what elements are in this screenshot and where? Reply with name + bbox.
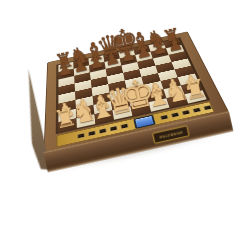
black-pawn-g7[interactable]: ♟ [150, 39, 168, 59]
white-rook-h1[interactable]: ♜ [182, 75, 209, 104]
panel-button-left-3[interactable] [99, 128, 107, 134]
black-pawn-b7[interactable]: ♟ [71, 56, 89, 76]
black-pawn-h7[interactable]: ♟ [165, 35, 183, 55]
panel-button-right-5[interactable] [203, 105, 212, 110]
product-photo-canvas: ♜♞♝♛♚♝♞♜♟♟♟♟♟♟♟♟♟♟♟♟♟♟♟♟♜♞♝♛♚♝♞♜ MILLENN… [0, 0, 240, 240]
black-pawn-f7[interactable]: ♟ [134, 42, 152, 62]
panel-button-right-1[interactable] [160, 115, 168, 120]
panel-button-left-2[interactable] [88, 131, 96, 137]
panel-button-left-1[interactable] [77, 133, 84, 139]
black-pawn-e7[interactable]: ♟ [118, 46, 136, 66]
black-pawn-d7[interactable]: ♟ [102, 49, 120, 69]
black-pawn-a7[interactable]: ♟ [55, 60, 73, 80]
panel-button-left-4[interactable] [110, 126, 118, 132]
brand-plaque: MILLENNIUM [152, 125, 190, 144]
panel-button-left-5[interactable] [120, 123, 128, 129]
brand-plaque-label: MILLENNIUM [159, 130, 183, 139]
chess-computer: ♜♞♝♛♚♝♞♜♟♟♟♟♟♟♟♟♟♟♟♟♟♟♟♟♜♞♝♛♚♝♞♜ MILLENN… [0, 0, 236, 179]
panel-button-right-3[interactable] [182, 110, 191, 115]
square-h1[interactable]: ♜ [184, 90, 206, 103]
lcd-screen [135, 116, 153, 127]
panel-button-right-2[interactable] [171, 112, 180, 117]
lcd-display [133, 115, 155, 129]
panel-button-right-4[interactable] [192, 107, 201, 112]
black-pawn-c7[interactable]: ♟ [87, 53, 105, 73]
